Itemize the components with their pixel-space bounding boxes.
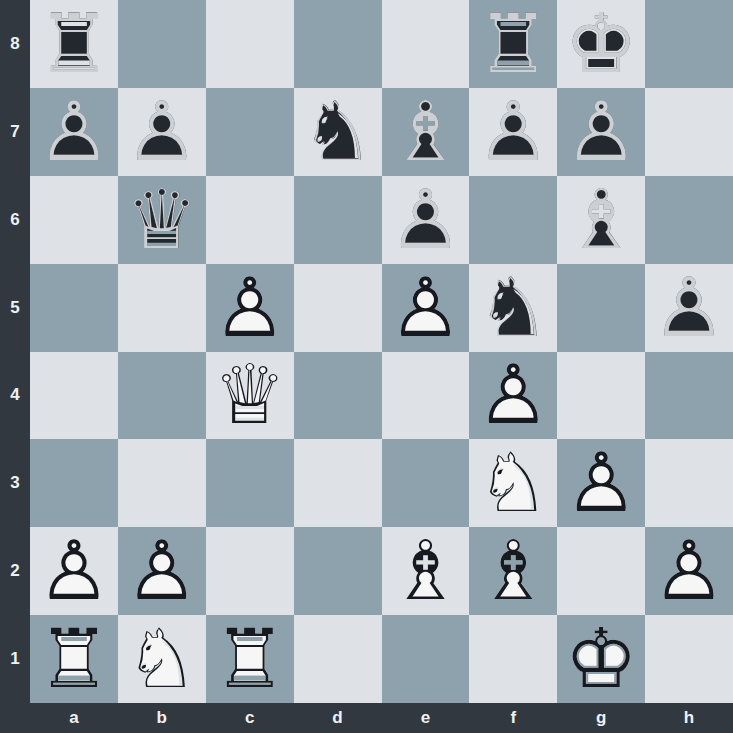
piece-black-pawn[interactable]: ♟♙ bbox=[118, 88, 206, 176]
piece-black-knight[interactable]: ♞♘ bbox=[294, 88, 382, 176]
square-h5[interactable]: ♟♙ bbox=[645, 264, 733, 352]
square-c3[interactable] bbox=[206, 439, 294, 527]
square-a6[interactable] bbox=[30, 176, 118, 264]
square-h3[interactable] bbox=[645, 439, 733, 527]
piece-white-pawn[interactable]: ♟♙ bbox=[557, 439, 645, 527]
square-a1[interactable]: ♜♖ bbox=[30, 615, 118, 703]
piece-black-rook[interactable]: ♜♖ bbox=[469, 0, 557, 88]
white-queen-outline: ♕ bbox=[206, 352, 294, 440]
square-d8[interactable] bbox=[294, 0, 382, 88]
square-h1[interactable] bbox=[645, 615, 733, 703]
white-pawn-outline: ♙ bbox=[645, 527, 733, 615]
white-pawn-outline: ♙ bbox=[30, 527, 118, 615]
square-h7[interactable] bbox=[645, 88, 733, 176]
piece-black-pawn[interactable]: ♟♙ bbox=[30, 88, 118, 176]
piece-white-pawn[interactable]: ♟♙ bbox=[206, 264, 294, 352]
black-pawn-outline: ♙ bbox=[118, 88, 206, 176]
black-knight-outline: ♘ bbox=[294, 88, 382, 176]
black-bishop-outline: ♗ bbox=[557, 176, 645, 264]
square-d7[interactable]: ♞♘ bbox=[294, 88, 382, 176]
rank-label-3: 3 bbox=[0, 439, 30, 527]
square-c4[interactable]: ♛♕ bbox=[206, 352, 294, 440]
square-d6[interactable] bbox=[294, 176, 382, 264]
piece-black-knight[interactable]: ♞♘ bbox=[469, 264, 557, 352]
piece-black-pawn[interactable]: ♟♙ bbox=[469, 88, 557, 176]
square-g5[interactable] bbox=[557, 264, 645, 352]
chess-board-frame: 8 7 6 5 4 3 2 1 ♜♖♜♖♚♔♟♙♟♙♞♘♝♗♟♙♟♙♛♕♟♙♝♗… bbox=[0, 0, 733, 733]
white-pawn-outline: ♙ bbox=[382, 264, 470, 352]
piece-black-bishop[interactable]: ♝♗ bbox=[382, 88, 470, 176]
square-d1[interactable] bbox=[294, 615, 382, 703]
square-e4[interactable] bbox=[382, 352, 470, 440]
black-king-outline: ♔ bbox=[557, 0, 645, 88]
piece-white-pawn[interactable]: ♟♙ bbox=[645, 527, 733, 615]
square-e8[interactable] bbox=[382, 0, 470, 88]
file-label-d: d bbox=[294, 703, 382, 733]
piece-black-pawn[interactable]: ♟♙ bbox=[382, 176, 470, 264]
square-d5[interactable] bbox=[294, 264, 382, 352]
square-g1[interactable]: ♚♔ bbox=[557, 615, 645, 703]
black-bishop-outline: ♗ bbox=[382, 88, 470, 176]
square-f1[interactable] bbox=[469, 615, 557, 703]
file-label-b: b bbox=[118, 703, 206, 733]
square-f2[interactable]: ♝♗ bbox=[469, 527, 557, 615]
black-rook-outline: ♖ bbox=[469, 0, 557, 88]
white-king-outline: ♔ bbox=[557, 615, 645, 703]
square-b7[interactable]: ♟♙ bbox=[118, 88, 206, 176]
square-g8[interactable]: ♚♔ bbox=[557, 0, 645, 88]
square-f6[interactable] bbox=[469, 176, 557, 264]
rank-label-8: 8 bbox=[0, 0, 30, 88]
square-e1[interactable] bbox=[382, 615, 470, 703]
piece-black-pawn[interactable]: ♟♙ bbox=[645, 264, 733, 352]
white-rook-outline: ♖ bbox=[206, 615, 294, 703]
white-knight-outline: ♘ bbox=[469, 439, 557, 527]
rank-label-2: 2 bbox=[0, 527, 30, 615]
black-pawn-outline: ♙ bbox=[469, 88, 557, 176]
chess-board: ♜♖♜♖♚♔♟♙♟♙♞♘♝♗♟♙♟♙♛♕♟♙♝♗♟♙♟♙♞♘♟♙♛♕♟♙♞♘♟♙… bbox=[30, 0, 733, 703]
square-e7[interactable]: ♝♗ bbox=[382, 88, 470, 176]
black-rook-outline: ♖ bbox=[30, 0, 118, 88]
white-bishop-outline: ♗ bbox=[382, 527, 470, 615]
square-c7[interactable] bbox=[206, 88, 294, 176]
square-h6[interactable] bbox=[645, 176, 733, 264]
square-f4[interactable]: ♟♙ bbox=[469, 352, 557, 440]
white-pawn-outline: ♙ bbox=[469, 352, 557, 440]
square-d3[interactable] bbox=[294, 439, 382, 527]
rank-label-5: 5 bbox=[0, 264, 30, 352]
square-d2[interactable] bbox=[294, 527, 382, 615]
black-pawn-outline: ♙ bbox=[382, 176, 470, 264]
square-b8[interactable] bbox=[118, 0, 206, 88]
white-pawn-outline: ♙ bbox=[118, 527, 206, 615]
white-pawn-outline: ♙ bbox=[557, 439, 645, 527]
file-label-a: a bbox=[30, 703, 118, 733]
piece-black-bishop[interactable]: ♝♗ bbox=[557, 176, 645, 264]
black-pawn-outline: ♙ bbox=[30, 88, 118, 176]
piece-white-queen[interactable]: ♛♕ bbox=[206, 352, 294, 440]
piece-white-bishop[interactable]: ♝♗ bbox=[469, 527, 557, 615]
square-h4[interactable] bbox=[645, 352, 733, 440]
square-c6[interactable] bbox=[206, 176, 294, 264]
square-a2[interactable]: ♟♙ bbox=[30, 527, 118, 615]
square-a7[interactable]: ♟♙ bbox=[30, 88, 118, 176]
square-g2[interactable] bbox=[557, 527, 645, 615]
piece-white-knight[interactable]: ♞♘ bbox=[118, 615, 206, 703]
square-g4[interactable] bbox=[557, 352, 645, 440]
square-c1[interactable]: ♜♖ bbox=[206, 615, 294, 703]
white-knight-outline: ♘ bbox=[118, 615, 206, 703]
piece-white-pawn[interactable]: ♟♙ bbox=[30, 527, 118, 615]
piece-black-queen[interactable]: ♛♕ bbox=[118, 176, 206, 264]
square-c8[interactable] bbox=[206, 0, 294, 88]
square-f3[interactable]: ♞♘ bbox=[469, 439, 557, 527]
square-c5[interactable]: ♟♙ bbox=[206, 264, 294, 352]
square-b3[interactable] bbox=[118, 439, 206, 527]
square-e3[interactable] bbox=[382, 439, 470, 527]
square-a3[interactable] bbox=[30, 439, 118, 527]
square-a5[interactable] bbox=[30, 264, 118, 352]
piece-white-pawn[interactable]: ♟♙ bbox=[382, 264, 470, 352]
file-label-e: e bbox=[382, 703, 470, 733]
piece-black-rook[interactable]: ♜♖ bbox=[30, 0, 118, 88]
piece-black-king[interactable]: ♚♔ bbox=[557, 0, 645, 88]
square-a4[interactable] bbox=[30, 352, 118, 440]
square-b5[interactable] bbox=[118, 264, 206, 352]
file-label-f: f bbox=[469, 703, 557, 733]
square-g6[interactable]: ♝♗ bbox=[557, 176, 645, 264]
square-f8[interactable]: ♜♖ bbox=[469, 0, 557, 88]
square-g7[interactable]: ♟♙ bbox=[557, 88, 645, 176]
rank-label-6: 6 bbox=[0, 176, 30, 264]
square-h2[interactable]: ♟♙ bbox=[645, 527, 733, 615]
black-knight-outline: ♘ bbox=[469, 264, 557, 352]
piece-white-pawn[interactable]: ♟♙ bbox=[118, 527, 206, 615]
piece-white-knight[interactable]: ♞♘ bbox=[469, 439, 557, 527]
square-b6[interactable]: ♛♕ bbox=[118, 176, 206, 264]
file-label-g: g bbox=[557, 703, 645, 733]
square-f5[interactable]: ♞♘ bbox=[469, 264, 557, 352]
file-label-h: h bbox=[645, 703, 733, 733]
square-h8[interactable] bbox=[645, 0, 733, 88]
rank-label-4: 4 bbox=[0, 352, 30, 440]
piece-white-rook[interactable]: ♜♖ bbox=[30, 615, 118, 703]
rank-label-7: 7 bbox=[0, 88, 30, 176]
piece-white-bishop[interactable]: ♝♗ bbox=[382, 527, 470, 615]
file-label-c: c bbox=[206, 703, 294, 733]
square-f7[interactable]: ♟♙ bbox=[469, 88, 557, 176]
square-c2[interactable] bbox=[206, 527, 294, 615]
black-queen-outline: ♕ bbox=[118, 176, 206, 264]
square-b2[interactable]: ♟♙ bbox=[118, 527, 206, 615]
piece-black-pawn[interactable]: ♟♙ bbox=[557, 88, 645, 176]
square-e6[interactable]: ♟♙ bbox=[382, 176, 470, 264]
square-a8[interactable]: ♜♖ bbox=[30, 0, 118, 88]
piece-white-pawn[interactable]: ♟♙ bbox=[469, 352, 557, 440]
square-b4[interactable] bbox=[118, 352, 206, 440]
black-pawn-outline: ♙ bbox=[645, 264, 733, 352]
square-g3[interactable]: ♟♙ bbox=[557, 439, 645, 527]
square-d4[interactable] bbox=[294, 352, 382, 440]
white-bishop-outline: ♗ bbox=[469, 527, 557, 615]
white-pawn-outline: ♙ bbox=[206, 264, 294, 352]
rank-label-1: 1 bbox=[0, 615, 30, 703]
square-b1[interactable]: ♞♘ bbox=[118, 615, 206, 703]
square-e5[interactable]: ♟♙ bbox=[382, 264, 470, 352]
piece-white-king[interactable]: ♚♔ bbox=[557, 615, 645, 703]
white-rook-outline: ♖ bbox=[30, 615, 118, 703]
piece-white-rook[interactable]: ♜♖ bbox=[206, 615, 294, 703]
rank-labels: 8 7 6 5 4 3 2 1 bbox=[0, 0, 30, 703]
square-e2[interactable]: ♝♗ bbox=[382, 527, 470, 615]
file-labels: a b c d e f g h bbox=[30, 703, 733, 733]
black-pawn-outline: ♙ bbox=[557, 88, 645, 176]
